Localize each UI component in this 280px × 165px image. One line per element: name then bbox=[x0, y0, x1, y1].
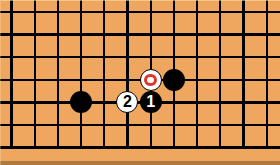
go-board: 21 bbox=[0, 0, 280, 165]
stone-white-2: 2 bbox=[116, 91, 138, 113]
stone-white-marked bbox=[140, 69, 162, 91]
circle-marker-icon bbox=[144, 74, 157, 87]
board-bottom-edge bbox=[0, 161, 280, 165]
stone-black bbox=[70, 91, 92, 113]
intersections-grid: 21 bbox=[0, 1, 278, 159]
stone-black bbox=[163, 69, 185, 91]
stone-black-1: 1 bbox=[140, 91, 162, 113]
